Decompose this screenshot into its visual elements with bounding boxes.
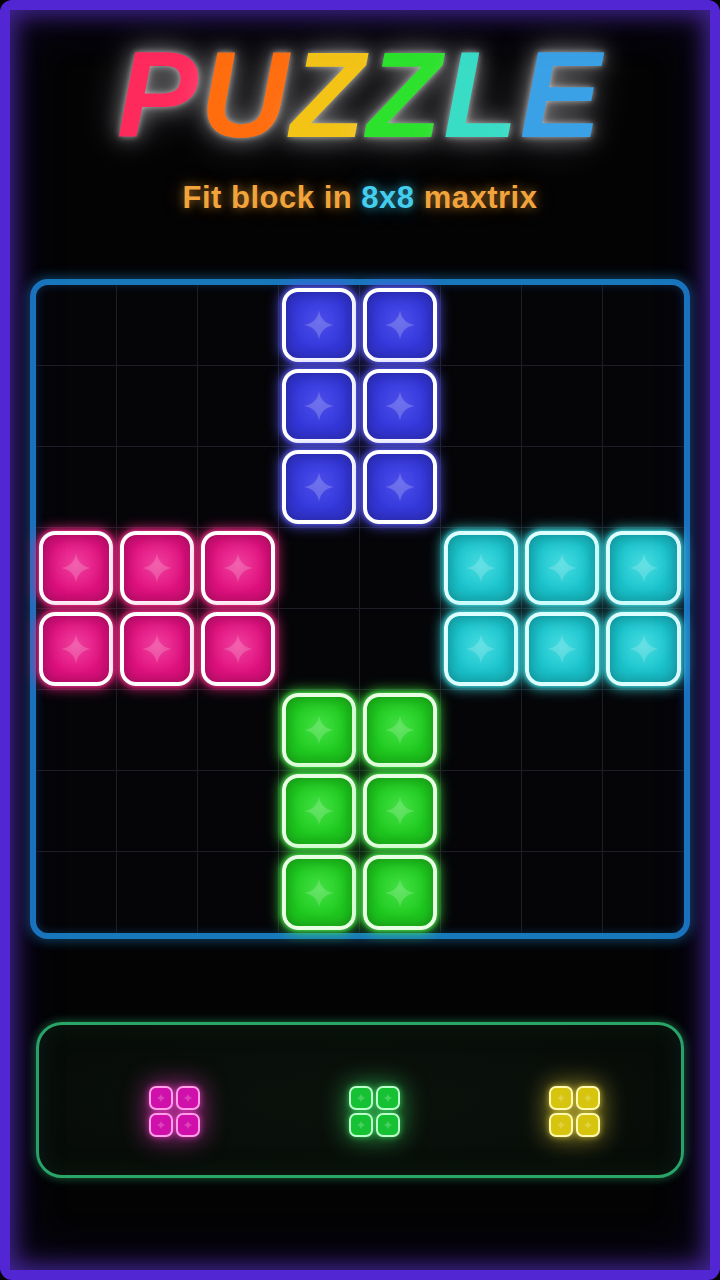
board-cell-r6c1[interactable]	[117, 771, 198, 852]
subtitle: Fit block in 8x8 maxtrix	[0, 180, 720, 216]
board-cell-r0c7[interactable]	[603, 285, 684, 366]
tray-piece-green[interactable]	[349, 1086, 400, 1137]
board-cell-r3c4[interactable]	[360, 528, 441, 609]
sparkle-icon	[383, 1120, 393, 1130]
pink-mini-tile	[149, 1113, 173, 1137]
sparkle-icon	[302, 794, 336, 828]
board-cell-r6c4[interactable]	[360, 771, 441, 852]
board-cell-r5c6[interactable]	[522, 690, 603, 771]
sparkle-icon	[583, 1120, 593, 1130]
game-title: PUZZLE	[0, 26, 720, 166]
sparkle-icon	[302, 875, 336, 910]
sparkle-icon	[383, 875, 417, 910]
sparkle-icon	[545, 632, 579, 666]
board-cell-r2c7[interactable]	[603, 447, 684, 528]
pink-block-tile	[120, 531, 194, 605]
board-cell-r2c1[interactable]	[117, 447, 198, 528]
title-letter-0: P	[117, 27, 200, 163]
board-cell-r5c3[interactable]	[279, 690, 360, 771]
board-cell-r7c1[interactable]	[117, 852, 198, 933]
sparkle-icon	[556, 1093, 566, 1103]
sparkle-icon	[183, 1093, 193, 1103]
board-cell-r6c2[interactable]	[198, 771, 279, 852]
sparkle-icon	[545, 551, 579, 585]
board-cell-r1c7[interactable]	[603, 366, 684, 447]
board-cell-r1c4[interactable]	[360, 366, 441, 447]
blue-block-tile	[363, 450, 437, 524]
sparkle-icon	[464, 551, 498, 585]
sparkle-icon	[156, 1093, 166, 1103]
board-cell-r0c4[interactable]	[360, 285, 441, 366]
board-cell-r3c7[interactable]	[603, 528, 684, 609]
board-cell-r0c0[interactable]	[36, 285, 117, 366]
sparkle-icon	[356, 1120, 366, 1130]
sparkle-icon	[302, 308, 336, 342]
board-cell-r7c3[interactable]	[279, 852, 360, 933]
title-letter-1: U	[200, 27, 290, 163]
pink-block-tile	[201, 531, 275, 605]
green-mini-tile	[376, 1086, 400, 1110]
title-letter-2: Z	[290, 27, 367, 163]
board-cell-r2c4[interactable]	[360, 447, 441, 528]
board-cell-r0c3[interactable]	[279, 285, 360, 366]
board-cell-r0c2[interactable]	[198, 285, 279, 366]
board-cell-r6c6[interactable]	[522, 771, 603, 852]
board-cell-r3c5[interactable]	[441, 528, 522, 609]
board-cell-r7c0[interactable]	[36, 852, 117, 933]
yellow-mini-tile	[549, 1086, 573, 1110]
yellow-mini-tile	[549, 1113, 573, 1137]
sparkle-icon	[156, 1120, 166, 1130]
sparkle-icon	[221, 632, 255, 666]
tray-piece-yellow[interactable]	[549, 1086, 600, 1137]
board-cell-r3c0[interactable]	[36, 528, 117, 609]
board-cell-r4c4[interactable]	[360, 609, 441, 690]
sparkle-icon	[302, 389, 336, 423]
board-cell-r5c7[interactable]	[603, 690, 684, 771]
board-cell-r6c3[interactable]	[279, 771, 360, 852]
sparkle-icon	[626, 632, 661, 666]
board-cell-r5c4[interactable]	[360, 690, 441, 771]
pink-mini-tile	[176, 1086, 200, 1110]
board-cell-r5c2[interactable]	[198, 690, 279, 771]
board-cell-r4c5[interactable]	[441, 609, 522, 690]
board-cell-r7c2[interactable]	[198, 852, 279, 933]
board-cell-r4c2[interactable]	[198, 609, 279, 690]
tray-piece-pink[interactable]	[149, 1086, 200, 1137]
piece-tray	[36, 1022, 684, 1178]
cyan-block-tile	[606, 531, 681, 605]
board-cell-r3c2[interactable]	[198, 528, 279, 609]
app-screen: PUZZLE Fit block in 8x8 maxtrix	[0, 0, 720, 1280]
cyan-block-tile	[606, 612, 681, 686]
sparkle-icon	[383, 308, 417, 342]
board-cell-r7c4[interactable]	[360, 852, 441, 933]
board-cell-r0c1[interactable]	[117, 285, 198, 366]
green-mini-tile	[349, 1113, 373, 1137]
board-cell-r7c6[interactable]	[522, 852, 603, 933]
board-cell-r1c1[interactable]	[117, 366, 198, 447]
board-cell-r1c6[interactable]	[522, 366, 603, 447]
sparkle-icon	[583, 1093, 593, 1103]
sparkle-icon	[140, 551, 174, 585]
board-cell-r7c5[interactable]	[441, 852, 522, 933]
green-block-tile	[363, 855, 437, 930]
cyan-block-tile	[444, 531, 518, 605]
puzzle-board[interactable]	[30, 279, 690, 939]
board-cell-r7c7[interactable]	[603, 852, 684, 933]
board-cell-r6c0[interactable]	[36, 771, 117, 852]
board-cell-r2c5[interactable]	[441, 447, 522, 528]
green-mini-tile	[376, 1113, 400, 1137]
blue-block-tile	[363, 288, 437, 362]
sparkle-icon	[383, 1093, 393, 1103]
board-cell-r1c0[interactable]	[36, 366, 117, 447]
green-block-tile	[282, 855, 356, 930]
sparkle-icon	[383, 389, 417, 423]
pink-block-tile	[39, 531, 113, 605]
subtitle-text-2: maxtrix	[415, 180, 538, 215]
board-grid	[36, 285, 684, 933]
cyan-block-tile	[525, 531, 599, 605]
board-cell-r0c5[interactable]	[441, 285, 522, 366]
pink-block-tile	[120, 612, 194, 686]
subtitle-grid-size: 8x8	[361, 180, 414, 215]
title-letter-3: Z	[367, 27, 444, 163]
blue-block-tile	[363, 369, 437, 443]
sparkle-icon	[221, 551, 255, 585]
green-block-tile	[282, 774, 356, 848]
board-cell-r1c2[interactable]	[198, 366, 279, 447]
board-cell-r4c0[interactable]	[36, 609, 117, 690]
board-cell-r2c3[interactable]	[279, 447, 360, 528]
board-cell-r5c1[interactable]	[117, 690, 198, 771]
board-cell-r2c2[interactable]	[198, 447, 279, 528]
pink-block-tile	[201, 612, 275, 686]
sparkle-icon	[302, 470, 336, 504]
sparkle-icon	[59, 632, 93, 666]
blue-block-tile	[282, 369, 356, 443]
board-cell-r1c5[interactable]	[441, 366, 522, 447]
sparkle-icon	[464, 632, 498, 666]
sparkle-icon	[626, 551, 661, 585]
board-cell-r4c3[interactable]	[279, 609, 360, 690]
yellow-mini-tile	[576, 1113, 600, 1137]
sparkle-icon	[302, 713, 336, 747]
board-cell-r6c7[interactable]	[603, 771, 684, 852]
board-cell-r3c1[interactable]	[117, 528, 198, 609]
board-cell-r0c6[interactable]	[522, 285, 603, 366]
board-cell-r4c1[interactable]	[117, 609, 198, 690]
green-block-tile	[363, 693, 437, 767]
board-cell-r3c6[interactable]	[522, 528, 603, 609]
title-letter-5: E	[520, 27, 603, 163]
sparkle-icon	[383, 470, 417, 504]
pink-block-tile	[39, 612, 113, 686]
cyan-block-tile	[444, 612, 518, 686]
cyan-block-tile	[525, 612, 599, 686]
blue-block-tile	[282, 450, 356, 524]
sparkle-icon	[183, 1120, 193, 1130]
board-cell-r4c6[interactable]	[522, 609, 603, 690]
board-cell-r1c3[interactable]	[279, 366, 360, 447]
blue-block-tile	[282, 288, 356, 362]
sparkle-icon	[383, 713, 417, 747]
sparkle-icon	[383, 794, 417, 828]
board-cell-r5c0[interactable]	[36, 690, 117, 771]
sparkle-icon	[59, 551, 93, 585]
green-mini-tile	[349, 1086, 373, 1110]
board-cell-r5c5[interactable]	[441, 690, 522, 771]
yellow-mini-tile	[576, 1086, 600, 1110]
board-cell-r4c7[interactable]	[603, 609, 684, 690]
board-cell-r2c0[interactable]	[36, 447, 117, 528]
pink-mini-tile	[149, 1086, 173, 1110]
pink-mini-tile	[176, 1113, 200, 1137]
title-letter-4: L	[443, 27, 520, 163]
green-block-tile	[282, 693, 356, 767]
subtitle-text: Fit block in	[183, 180, 362, 215]
board-cell-r6c5[interactable]	[441, 771, 522, 852]
sparkle-icon	[556, 1120, 566, 1130]
sparkle-icon	[140, 632, 174, 666]
board-cell-r2c6[interactable]	[522, 447, 603, 528]
green-block-tile	[363, 774, 437, 848]
sparkle-icon	[356, 1093, 366, 1103]
board-cell-r3c3[interactable]	[279, 528, 360, 609]
